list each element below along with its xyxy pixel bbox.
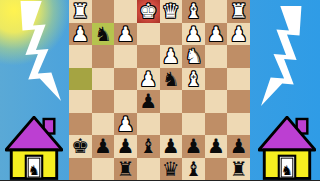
lightning-bolt-right-icon <box>261 6 313 106</box>
square-f3[interactable] <box>114 45 137 68</box>
piece-white-bishop: ♝ <box>182 68 205 91</box>
square-g7[interactable]: ♟ <box>92 135 115 158</box>
square-h7[interactable]: ♚ <box>69 135 92 158</box>
square-c3[interactable]: ♞ <box>182 45 205 68</box>
square-b4[interactable] <box>205 68 228 91</box>
square-a1[interactable]: ♜ <box>227 0 250 23</box>
square-f4[interactable] <box>114 68 137 91</box>
square-c6[interactable] <box>182 113 205 136</box>
square-e8[interactable] <box>137 158 160 181</box>
square-g1[interactable] <box>92 0 115 23</box>
square-f2[interactable]: ♟ <box>114 23 137 46</box>
square-d3[interactable]: ♟ <box>160 45 183 68</box>
square-g3[interactable] <box>92 45 115 68</box>
square-d5[interactable] <box>160 90 183 113</box>
square-b6[interactable] <box>205 113 228 136</box>
square-c7[interactable]: ♟ <box>182 135 205 158</box>
square-g8[interactable] <box>92 158 115 181</box>
square-h8[interactable] <box>69 158 92 181</box>
piece-white-pawn: ♟ <box>137 68 160 91</box>
square-a4[interactable] <box>227 68 250 91</box>
square-e2[interactable] <box>137 23 160 46</box>
piece-black-bishop: ♝ <box>182 158 205 181</box>
square-f1[interactable] <box>114 0 137 23</box>
square-a8[interactable]: ♜ <box>227 158 250 181</box>
square-e1[interactable]: ♚ <box>137 0 160 23</box>
square-h1[interactable]: ♜ <box>69 0 92 23</box>
piece-black-pawn: ♟ <box>160 135 183 158</box>
square-h6[interactable] <box>69 113 92 136</box>
square-d8[interactable]: ♛ <box>160 158 183 181</box>
square-d4[interactable]: ♞ <box>160 68 183 91</box>
knight-door-icon: ♞ <box>281 162 293 178</box>
piece-white-pawn: ♟ <box>69 23 92 46</box>
square-b3[interactable] <box>205 45 228 68</box>
piece-black-knight: ♞ <box>160 68 183 91</box>
piece-white-pawn: ♟ <box>182 23 205 46</box>
square-a6[interactable] <box>227 113 250 136</box>
piece-white-pawn: ♟ <box>114 113 137 136</box>
square-b1[interactable] <box>205 0 228 23</box>
square-d7[interactable]: ♟ <box>160 135 183 158</box>
piece-black-queen: ♛ <box>160 158 183 181</box>
square-f6[interactable]: ♟ <box>114 113 137 136</box>
square-c2[interactable]: ♟ <box>182 23 205 46</box>
piece-black-rook: ♜ <box>114 158 137 181</box>
piece-white-king: ♚ <box>137 0 160 23</box>
piece-white-rook: ♜ <box>227 0 250 23</box>
square-a7[interactable]: ♟ <box>227 135 250 158</box>
square-g6[interactable] <box>92 113 115 136</box>
piece-black-pawn: ♟ <box>114 135 137 158</box>
square-b2[interactable]: ♟ <box>205 23 228 46</box>
square-g5[interactable] <box>92 90 115 113</box>
house-right-icon: ♞ <box>258 116 316 180</box>
square-e7[interactable]: ♝ <box>137 135 160 158</box>
square-e5[interactable]: ♟ <box>137 90 160 113</box>
piece-white-pawn: ♟ <box>114 23 137 46</box>
piece-white-pawn: ♟ <box>160 45 183 68</box>
lightning-bolt-left-icon <box>9 1 61 101</box>
piece-black-rook: ♜ <box>227 158 250 181</box>
square-e4[interactable]: ♟ <box>137 68 160 91</box>
piece-white-pawn: ♟ <box>205 23 228 46</box>
square-a3[interactable] <box>227 45 250 68</box>
square-b8[interactable] <box>205 158 228 181</box>
piece-black-pawn: ♟ <box>182 135 205 158</box>
piece-white-pawn: ♟ <box>227 23 250 46</box>
square-h3[interactable] <box>69 45 92 68</box>
square-d2[interactable] <box>160 23 183 46</box>
piece-black-pawn: ♟ <box>92 135 115 158</box>
square-f7[interactable]: ♟ <box>114 135 137 158</box>
square-h2[interactable]: ♟ <box>69 23 92 46</box>
square-h5[interactable] <box>69 90 92 113</box>
house-left-icon: ♞ <box>5 116 63 180</box>
square-g2[interactable]: ♞ <box>92 23 115 46</box>
square-d1[interactable]: ♛ <box>160 0 183 23</box>
square-c8[interactable]: ♝ <box>182 158 205 181</box>
thumbnail-scene: ♞ ♞ ♜♚♛♝♜♟♞♟♟♟♟♟♞♟♞♝♟♟♚♟♟♝♟♟♟♟♜♛♝♜ <box>0 0 320 180</box>
square-b5[interactable] <box>205 90 228 113</box>
piece-black-knight: ♞ <box>92 23 115 46</box>
square-c1[interactable]: ♝ <box>182 0 205 23</box>
piece-black-pawn: ♟ <box>205 135 228 158</box>
square-c5[interactable] <box>182 90 205 113</box>
knight-door-icon: ♞ <box>28 162 40 178</box>
square-b7[interactable]: ♟ <box>205 135 228 158</box>
square-d6[interactable] <box>160 113 183 136</box>
square-h4[interactable] <box>69 68 92 91</box>
square-c4[interactable]: ♝ <box>182 68 205 91</box>
square-g4[interactable] <box>92 68 115 91</box>
piece-white-knight: ♞ <box>182 45 205 68</box>
piece-white-rook: ♜ <box>69 0 92 23</box>
piece-black-pawn: ♟ <box>137 90 160 113</box>
square-f8[interactable]: ♜ <box>114 158 137 181</box>
square-a5[interactable] <box>227 90 250 113</box>
piece-black-pawn: ♟ <box>227 135 250 158</box>
square-f5[interactable] <box>114 90 137 113</box>
piece-black-bishop: ♝ <box>137 135 160 158</box>
piece-white-queen: ♛ <box>160 0 183 23</box>
piece-white-bishop: ♝ <box>182 0 205 23</box>
square-a2[interactable]: ♟ <box>227 23 250 46</box>
chess-board: ♜♚♛♝♜♟♞♟♟♟♟♟♞♟♞♝♟♟♚♟♟♝♟♟♟♟♜♛♝♜ <box>69 0 250 180</box>
square-e3[interactable] <box>137 45 160 68</box>
piece-black-king: ♚ <box>69 135 92 158</box>
square-e6[interactable] <box>137 113 160 136</box>
